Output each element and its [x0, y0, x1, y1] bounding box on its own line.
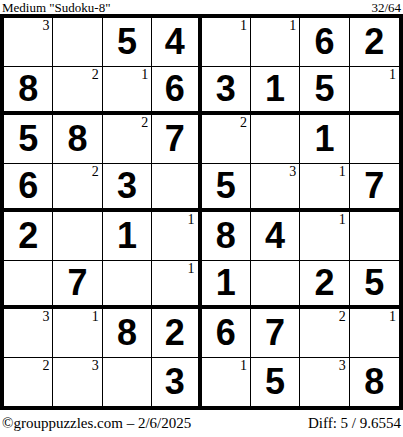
cell-r7c7[interactable]: 2 — [300, 309, 349, 358]
cell-r2c1[interactable]: 8 — [4, 67, 53, 116]
pencil-mark: 1 — [240, 358, 247, 373]
cell-r2c6[interactable]: 1 — [251, 67, 300, 116]
pencil-mark: 3 — [42, 309, 49, 324]
given-digit: 7 — [165, 121, 185, 157]
cell-r2c2[interactable]: 2 — [53, 67, 102, 116]
header: Medium "Sudoku-8" 32/64 — [0, 0, 403, 14]
cell-r6c1[interactable] — [4, 261, 53, 310]
pencil-mark: 1 — [339, 164, 346, 179]
cell-r4c7[interactable]: 1 — [300, 164, 349, 213]
cell-r3c6[interactable] — [251, 115, 300, 164]
cell-r8c1[interactable]: 2 — [4, 358, 53, 407]
pencil-mark: 1 — [141, 67, 148, 82]
given-digit: 7 — [364, 168, 384, 204]
pencil-mark: 3 — [42, 18, 49, 33]
cell-r4c1[interactable]: 6 — [4, 164, 53, 213]
pencil-mark: 2 — [92, 164, 99, 179]
cell-r4c5[interactable]: 5 — [202, 164, 251, 213]
given-digit: 5 — [117, 24, 137, 60]
cell-r5c1[interactable]: 2 — [4, 212, 53, 261]
puzzle-title: Medium "Sudoku-8" — [2, 1, 110, 14]
cell-r8c4[interactable]: 3 — [152, 358, 201, 407]
pencil-mark: 3 — [92, 358, 99, 373]
pencil-mark: 2 — [339, 309, 346, 324]
given-digit: 2 — [364, 24, 384, 60]
cell-r3c4[interactable]: 7 — [152, 115, 201, 164]
pencil-mark: 1 — [188, 261, 195, 276]
cell-r1c6[interactable]: 1 — [251, 18, 300, 67]
cell-r8c2[interactable]: 3 — [53, 358, 102, 407]
pencil-mark: 3 — [289, 164, 296, 179]
cell-r2c7[interactable]: 5 — [300, 67, 349, 116]
cell-r7c3[interactable]: 8 — [103, 309, 152, 358]
difficulty-text: Diff: 5 / 9.6554 — [308, 415, 401, 432]
sudoku-page: Medium "Sudoku-8" 32/64 3541162821631515… — [0, 0, 403, 437]
cell-r7c5[interactable]: 6 — [202, 309, 251, 358]
given-digit: 6 — [165, 71, 185, 107]
cell-r7c6[interactable]: 7 — [251, 309, 300, 358]
cell-r4c2[interactable]: 2 — [53, 164, 102, 213]
given-digit: 5 — [364, 265, 384, 301]
given-digit: 2 — [314, 265, 334, 301]
pencil-mark: 1 — [188, 212, 195, 227]
given-digit: 5 — [18, 121, 38, 157]
cell-r1c1[interactable]: 3 — [4, 18, 53, 67]
given-digit: 5 — [265, 364, 285, 400]
given-digit: 8 — [364, 364, 384, 400]
cell-r8c8[interactable]: 8 — [350, 358, 399, 407]
cell-r3c1[interactable]: 5 — [4, 115, 53, 164]
pencil-mark: 3 — [339, 358, 346, 373]
cell-r6c2[interactable]: 7 — [53, 261, 102, 310]
cell-r5c8[interactable] — [350, 212, 399, 261]
given-digit: 4 — [165, 24, 185, 60]
cell-r3c2[interactable]: 8 — [53, 115, 102, 164]
cell-r2c3[interactable]: 1 — [103, 67, 152, 116]
given-digit: 2 — [165, 315, 185, 351]
given-digit: 5 — [314, 71, 334, 107]
cell-r8c7[interactable]: 3 — [300, 358, 349, 407]
given-digit: 1 — [265, 71, 285, 107]
cell-r6c3[interactable] — [103, 261, 152, 310]
given-count: 32/64 — [371, 1, 401, 14]
cell-r7c2[interactable]: 1 — [53, 309, 102, 358]
given-digit: 3 — [117, 168, 137, 204]
given-digit: 8 — [216, 218, 236, 254]
given-digit: 8 — [117, 315, 137, 351]
cell-r5c6[interactable]: 4 — [251, 212, 300, 261]
pencil-mark: 1 — [289, 18, 296, 33]
given-digit: 1 — [117, 218, 137, 254]
given-digit: 2 — [18, 218, 38, 254]
given-digit: 7 — [68, 265, 88, 301]
cell-r7c8[interactable]: 1 — [350, 309, 399, 358]
pencil-mark: 1 — [389, 67, 396, 82]
cell-r6c6[interactable] — [251, 261, 300, 310]
cell-r4c8[interactable]: 7 — [350, 164, 399, 213]
cell-r5c7[interactable]: 1 — [300, 212, 349, 261]
cell-r5c4[interactable]: 1 — [152, 212, 201, 261]
cell-r5c5[interactable]: 8 — [202, 212, 251, 261]
cell-r6c8[interactable]: 5 — [350, 261, 399, 310]
cell-r1c4[interactable]: 4 — [152, 18, 201, 67]
cell-r1c3[interactable]: 5 — [103, 18, 152, 67]
footer: ©grouppuzzles.com – 2/6/2025 Diff: 5 / 9… — [0, 410, 403, 437]
cell-r7c4[interactable]: 2 — [152, 309, 201, 358]
given-digit: 6 — [18, 168, 38, 204]
cell-r5c3[interactable]: 1 — [103, 212, 152, 261]
pencil-mark: 2 — [92, 67, 99, 82]
cell-r4c6[interactable]: 3 — [251, 164, 300, 213]
cell-r5c2[interactable] — [53, 212, 102, 261]
pencil-mark: 2 — [240, 115, 247, 130]
given-digit: 6 — [216, 315, 236, 351]
pencil-mark: 1 — [339, 212, 346, 227]
given-digit: 5 — [216, 168, 236, 204]
cell-r3c7[interactable]: 1 — [300, 115, 349, 164]
cell-r3c5[interactable]: 2 — [202, 115, 251, 164]
pencil-mark: 2 — [141, 115, 148, 130]
cell-r3c8[interactable] — [350, 115, 399, 164]
cell-r8c3[interactable] — [103, 358, 152, 407]
given-digit: 7 — [265, 315, 285, 351]
sudoku-board: 3541162821631515827216235317211841711253… — [0, 14, 403, 410]
cell-r1c7[interactable]: 6 — [300, 18, 349, 67]
cell-r2c8[interactable]: 1 — [350, 67, 399, 116]
cell-r1c5[interactable]: 1 — [202, 18, 251, 67]
given-digit: 3 — [216, 71, 236, 107]
pencil-mark: 1 — [92, 309, 99, 324]
pencil-mark: 2 — [42, 358, 49, 373]
given-digit: 8 — [68, 121, 88, 157]
cell-r2c5[interactable]: 3 — [202, 67, 251, 116]
given-digit: 6 — [314, 24, 334, 60]
given-digit: 1 — [314, 121, 334, 157]
cell-r2c4[interactable]: 6 — [152, 67, 201, 116]
cell-r4c4[interactable] — [152, 164, 201, 213]
pencil-mark: 1 — [389, 309, 396, 324]
cell-r4c3[interactable]: 3 — [103, 164, 152, 213]
cell-r3c3[interactable]: 2 — [103, 115, 152, 164]
pencil-mark: 1 — [240, 18, 247, 33]
copyright-text: ©grouppuzzles.com – 2/6/2025 — [2, 415, 191, 432]
given-digit: 4 — [265, 218, 285, 254]
given-digit: 3 — [165, 364, 185, 400]
cell-r7c1[interactable]: 3 — [4, 309, 53, 358]
cell-r6c5[interactable]: 1 — [202, 261, 251, 310]
given-digit: 1 — [216, 265, 236, 301]
cell-r1c8[interactable]: 2 — [350, 18, 399, 67]
given-digit: 8 — [18, 71, 38, 107]
cell-r1c2[interactable] — [53, 18, 102, 67]
cell-r8c5[interactable]: 1 — [202, 358, 251, 407]
cell-r6c4[interactable]: 1 — [152, 261, 201, 310]
cell-r6c7[interactable]: 2 — [300, 261, 349, 310]
cell-r8c6[interactable]: 5 — [251, 358, 300, 407]
